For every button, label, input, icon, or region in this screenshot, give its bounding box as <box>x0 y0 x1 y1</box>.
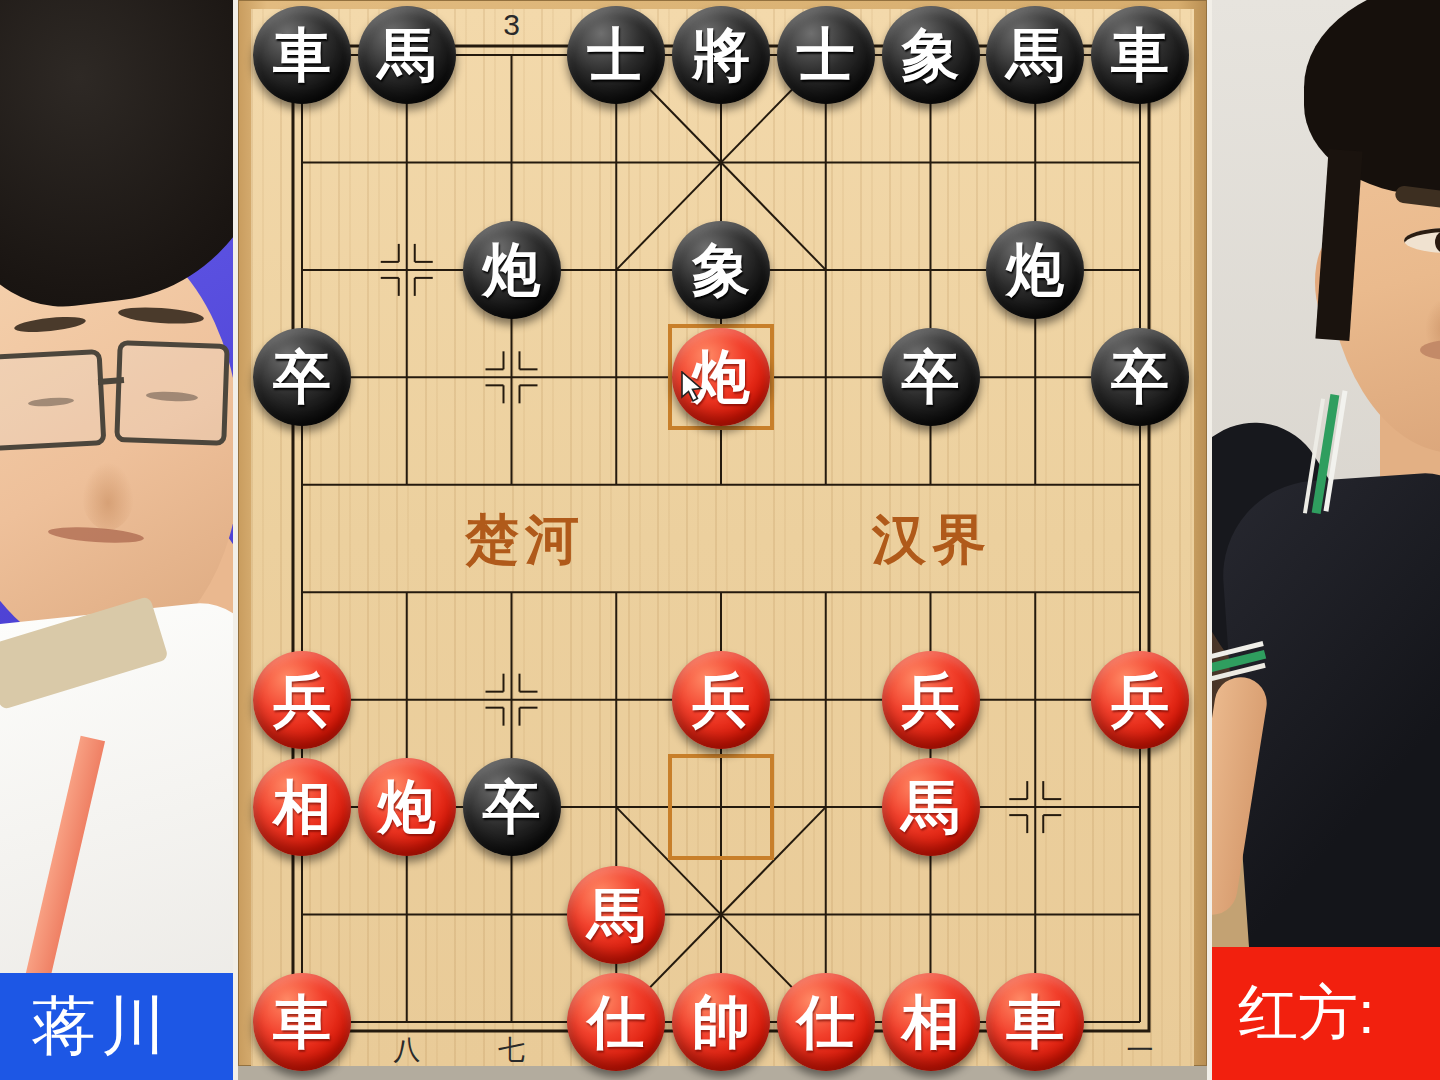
red-side-label: 红方: <box>1212 947 1440 1080</box>
left-player-name-label: 蒋川 <box>0 973 233 1080</box>
left-player-hair <box>0 0 233 319</box>
piece-red-general[interactable]: 帥 <box>672 973 770 1071</box>
piece-glyph: 卒 <box>902 348 960 406</box>
piece-black-soldier[interactable]: 卒 <box>463 758 561 856</box>
piece-red-elephant[interactable]: 相 <box>882 973 980 1071</box>
piece-red-elephant[interactable]: 相 <box>253 758 351 856</box>
piece-red-soldier[interactable]: 兵 <box>672 651 770 749</box>
piece-glyph: 象 <box>692 241 750 299</box>
piece-red-horse[interactable]: 馬 <box>567 866 665 964</box>
left-player-photo <box>0 0 233 1080</box>
piece-glyph: 仕 <box>587 993 645 1051</box>
move-from-square <box>668 754 774 860</box>
mouse-cursor <box>680 371 706 405</box>
piece-black-horse[interactable]: 馬 <box>358 6 456 104</box>
piece-black-horse[interactable]: 馬 <box>986 6 1084 104</box>
piece-glyph: 馬 <box>587 886 645 944</box>
piece-glyph: 車 <box>273 26 331 84</box>
piece-glyph: 相 <box>902 993 960 1051</box>
glasses-lens <box>0 349 106 451</box>
piece-red-advisor[interactable]: 仕 <box>777 973 875 1071</box>
piece-black-chariot[interactable]: 車 <box>253 6 351 104</box>
piece-black-advisor[interactable]: 士 <box>777 6 875 104</box>
piece-red-cannon[interactable]: 炮 <box>358 758 456 856</box>
piece-black-elephant[interactable]: 象 <box>882 6 980 104</box>
piece-glyph: 兵 <box>692 671 750 729</box>
piece-glyph: 仕 <box>797 993 855 1051</box>
piece-black-cannon[interactable]: 炮 <box>463 221 561 319</box>
river-label-right: 汉界 <box>872 504 992 577</box>
piece-glyph: 炮 <box>1006 241 1064 299</box>
piece-glyph: 車 <box>1111 26 1169 84</box>
piece-black-cannon[interactable]: 炮 <box>986 221 1084 319</box>
piece-glyph: 馬 <box>1006 26 1064 84</box>
piece-black-elephant[interactable]: 象 <box>672 221 770 319</box>
red-side-text: 红方: <box>1238 973 1375 1054</box>
piece-glyph: 兵 <box>273 671 331 729</box>
piece-red-advisor[interactable]: 仕 <box>567 973 665 1071</box>
piece-glyph: 士 <box>587 26 645 84</box>
piece-glyph: 將 <box>692 26 750 84</box>
piece-black-soldier[interactable]: 卒 <box>1091 328 1189 426</box>
piece-red-soldier[interactable]: 兵 <box>253 651 351 749</box>
piece-glyph: 炮 <box>483 241 541 299</box>
glasses-lens <box>114 340 229 446</box>
file-label-bottom: 一 <box>1127 1032 1154 1068</box>
piece-black-general[interactable]: 將 <box>672 6 770 104</box>
piece-red-soldier[interactable]: 兵 <box>1091 651 1189 749</box>
left-player-name: 蒋川 <box>32 983 172 1070</box>
file-label-bottom: 八 <box>393 1032 420 1068</box>
piece-glyph: 兵 <box>1111 671 1169 729</box>
piece-glyph: 士 <box>797 26 855 84</box>
right-player-photo <box>1212 0 1440 1080</box>
piece-glyph: 帥 <box>692 993 750 1051</box>
piece-glyph: 象 <box>902 26 960 84</box>
piece-black-soldier[interactable]: 卒 <box>253 328 351 426</box>
stream-frame: 楚河 汉界 車馬士將士象馬車炮象炮卒炮卒卒兵兵兵兵相炮卒馬馬車仕帥仕相車 3八七… <box>0 0 1440 1080</box>
piece-glyph: 馬 <box>378 26 436 84</box>
right-player-hair <box>1304 0 1440 195</box>
piece-glyph: 車 <box>273 993 331 1051</box>
piece-glyph: 炮 <box>378 778 436 836</box>
piece-glyph: 車 <box>1006 993 1064 1051</box>
file-label-top: 3 <box>503 8 520 42</box>
file-label-bottom: 七 <box>498 1032 525 1068</box>
piece-black-soldier[interactable]: 卒 <box>882 328 980 426</box>
xiangqi-board: 楚河 汉界 車馬士將士象馬車炮象炮卒炮卒卒兵兵兵兵相炮卒馬馬車仕帥仕相車 3八七… <box>233 0 1212 1080</box>
piece-glyph: 卒 <box>1111 348 1169 406</box>
piece-glyph: 兵 <box>902 671 960 729</box>
piece-black-advisor[interactable]: 士 <box>567 6 665 104</box>
left-player-nose <box>82 462 134 530</box>
piece-glyph: 相 <box>273 778 331 836</box>
piece-glyph: 馬 <box>902 778 960 836</box>
piece-red-chariot[interactable]: 車 <box>986 973 1084 1071</box>
river-label-left: 楚河 <box>465 504 585 577</box>
piece-red-soldier[interactable]: 兵 <box>882 651 980 749</box>
piece-red-horse[interactable]: 馬 <box>882 758 980 856</box>
piece-black-chariot[interactable]: 車 <box>1091 6 1189 104</box>
piece-glyph: 卒 <box>273 348 331 406</box>
piece-glyph: 卒 <box>483 778 541 836</box>
piece-red-chariot[interactable]: 車 <box>253 973 351 1071</box>
